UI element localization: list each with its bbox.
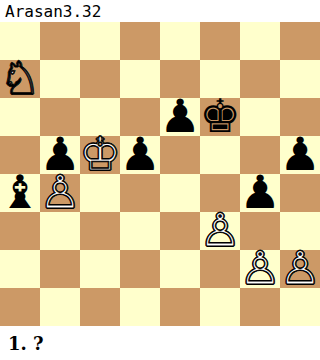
chess-board: ♘♟♚♟♔♟♟♝♙♟♙♙♙: [0, 22, 320, 326]
square-e5[interactable]: [160, 136, 200, 174]
square-c3[interactable]: [80, 212, 120, 250]
square-a4[interactable]: ♝: [0, 174, 40, 212]
piece-white-king[interactable]: ♔: [79, 135, 120, 173]
square-d4[interactable]: [120, 174, 160, 212]
square-a2[interactable]: [0, 250, 40, 288]
square-b3[interactable]: [40, 212, 80, 250]
square-d7[interactable]: [120, 60, 160, 98]
piece-black-pawn[interactable]: ♟: [159, 97, 200, 135]
square-h5[interactable]: ♟: [280, 136, 320, 174]
title-bar: Arasan3.32: [0, 0, 320, 22]
piece-white-pawn[interactable]: ♙: [239, 249, 280, 287]
square-h7[interactable]: [280, 60, 320, 98]
square-f3[interactable]: ♙: [200, 212, 240, 250]
square-b8[interactable]: [40, 22, 80, 60]
square-g2[interactable]: ♙: [240, 250, 280, 288]
square-e3[interactable]: [160, 212, 200, 250]
window-title: Arasan3.32: [0, 2, 101, 21]
piece-white-pawn[interactable]: ♙: [199, 211, 240, 249]
square-e1[interactable]: [160, 288, 200, 326]
square-g6[interactable]: [240, 98, 280, 136]
square-g1[interactable]: [240, 288, 280, 326]
square-a7[interactable]: ♘: [0, 60, 40, 98]
piece-black-bishop[interactable]: ♝: [0, 173, 41, 211]
square-d5[interactable]: ♟: [120, 136, 160, 174]
square-e8[interactable]: [160, 22, 200, 60]
piece-black-king[interactable]: ♚: [199, 97, 240, 135]
piece-black-pawn[interactable]: ♟: [119, 135, 160, 173]
piece-white-pawn[interactable]: ♙: [39, 173, 80, 211]
square-h8[interactable]: [280, 22, 320, 60]
square-e6[interactable]: ♟: [160, 98, 200, 136]
square-e4[interactable]: [160, 174, 200, 212]
square-f1[interactable]: [200, 288, 240, 326]
square-c2[interactable]: [80, 250, 120, 288]
square-c8[interactable]: [80, 22, 120, 60]
piece-black-pawn[interactable]: ♟: [279, 135, 320, 173]
square-b4[interactable]: ♙: [40, 174, 80, 212]
square-a6[interactable]: [0, 98, 40, 136]
square-a1[interactable]: [0, 288, 40, 326]
square-g8[interactable]: [240, 22, 280, 60]
square-f5[interactable]: [200, 136, 240, 174]
square-b7[interactable]: [40, 60, 80, 98]
piece-white-knight[interactable]: ♘: [0, 59, 41, 97]
piece-black-pawn[interactable]: ♟: [239, 173, 280, 211]
square-f8[interactable]: [200, 22, 240, 60]
square-c1[interactable]: [80, 288, 120, 326]
square-a3[interactable]: [0, 212, 40, 250]
square-f2[interactable]: [200, 250, 240, 288]
square-c4[interactable]: [80, 174, 120, 212]
square-d8[interactable]: [120, 22, 160, 60]
status-bar: 1. ?: [0, 326, 320, 360]
square-d3[interactable]: [120, 212, 160, 250]
square-b2[interactable]: [40, 250, 80, 288]
square-b1[interactable]: [40, 288, 80, 326]
square-h4[interactable]: [280, 174, 320, 212]
square-h1[interactable]: [280, 288, 320, 326]
piece-white-pawn[interactable]: ♙: [279, 249, 320, 287]
square-h2[interactable]: ♙: [280, 250, 320, 288]
square-g4[interactable]: ♟: [240, 174, 280, 212]
square-g7[interactable]: [240, 60, 280, 98]
move-prompt: 1. ?: [0, 333, 44, 354]
square-e2[interactable]: [160, 250, 200, 288]
square-d1[interactable]: [120, 288, 160, 326]
square-c5[interactable]: ♔: [80, 136, 120, 174]
square-d2[interactable]: [120, 250, 160, 288]
square-c7[interactable]: [80, 60, 120, 98]
square-f6[interactable]: ♚: [200, 98, 240, 136]
